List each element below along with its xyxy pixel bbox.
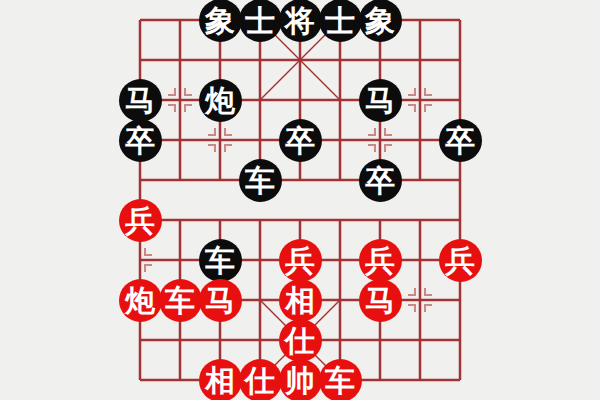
- piece-red-horse[interactable]: 马: [199, 279, 242, 322]
- piece-black-advisor[interactable]: 士: [239, 0, 282, 42]
- piece-red-elephant[interactable]: 相: [199, 359, 242, 400]
- piece-red-pawn[interactable]: 兵: [439, 239, 482, 282]
- piece-black-horse[interactable]: 马: [359, 79, 402, 122]
- piece-red-elephant[interactable]: 相: [279, 279, 322, 322]
- piece-red-advisor[interactable]: 仕: [239, 359, 282, 400]
- piece-black-pawn[interactable]: 卒: [279, 119, 322, 162]
- piece-black-advisor[interactable]: 士: [319, 0, 362, 42]
- piece-black-elephant[interactable]: 象: [199, 0, 242, 42]
- piece-red-general[interactable]: 帅: [279, 359, 322, 400]
- piece-black-pawn[interactable]: 卒: [119, 119, 162, 162]
- piece-black-chariot[interactable]: 车: [199, 239, 242, 282]
- piece-black-horse[interactable]: 马: [119, 79, 162, 122]
- piece-black-elephant[interactable]: 象: [359, 0, 402, 42]
- piece-red-horse[interactable]: 马: [359, 279, 402, 322]
- xiangqi-board: 象士将士象马炮马卒卒卒车卒车兵兵兵兵炮车马相马仕相仕帅车: [0, 0, 600, 400]
- piece-red-pawn[interactable]: 兵: [359, 239, 402, 282]
- piece-black-pawn[interactable]: 卒: [359, 159, 402, 202]
- piece-red-pawn[interactable]: 兵: [119, 199, 162, 242]
- piece-red-pawn[interactable]: 兵: [279, 239, 322, 282]
- piece-red-chariot[interactable]: 车: [159, 279, 202, 322]
- pieces-layer: 象士将士象马炮马卒卒卒车卒车兵兵兵兵炮车马相马仕相仕帅车: [120, 0, 480, 400]
- piece-red-cannon[interactable]: 炮: [119, 279, 162, 322]
- piece-red-chariot[interactable]: 车: [319, 359, 362, 400]
- piece-black-general[interactable]: 将: [279, 0, 322, 42]
- piece-black-cannon[interactable]: 炮: [199, 79, 242, 122]
- piece-black-pawn[interactable]: 卒: [439, 119, 482, 162]
- piece-black-chariot[interactable]: 车: [239, 159, 282, 202]
- piece-red-advisor[interactable]: 仕: [279, 319, 322, 362]
